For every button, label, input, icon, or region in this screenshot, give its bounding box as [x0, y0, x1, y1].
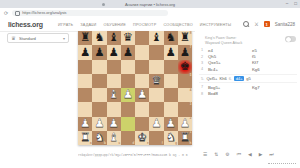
- coord-rank-5: 5: [190, 74, 192, 77]
- black-rook: ♜: [180, 32, 190, 44]
- menu-icon[interactable]: ☰: [203, 153, 207, 158]
- square-d7[interactable]: ♟: [121, 45, 135, 59]
- move-token[interactable]: Qxf5+: [206, 76, 217, 81]
- move-number: 3: [199, 61, 208, 65]
- square-h6[interactable]: ♚6: [178, 60, 192, 74]
- analysis-toolbar: ☰⇅⚙⏮◀▶⏭: [203, 151, 298, 159]
- square-b1[interactable]: ♞b: [92, 131, 106, 145]
- white-king: ♚: [137, 132, 147, 144]
- square-f4[interactable]: [149, 88, 163, 102]
- square-d4[interactable]: ♟: [121, 88, 135, 102]
- square-b8[interactable]: ♞: [92, 31, 106, 45]
- black-rook: ♜: [80, 32, 90, 44]
- browser-tab-strip: Анализ партии • lichess.org – □: [0, 0, 300, 8]
- main-nav: ИГРАТЬЗАДАЧИОБУЧЕНИЕПРОСМОТРСООБЩЕСТВОИН…: [58, 23, 231, 27]
- white-move[interactable]: e4: [208, 48, 252, 53]
- move-row: 2Qh5f5: [199, 53, 297, 59]
- square-g8[interactable]: ♞: [164, 31, 178, 45]
- engine-toggle[interactable]: [285, 36, 296, 42]
- square-h8[interactable]: ♜8: [178, 31, 192, 45]
- move-token[interactable]: g5: [246, 76, 251, 81]
- square-f3[interactable]: [149, 102, 163, 116]
- square-g4[interactable]: [164, 88, 178, 102]
- challenges-icon[interactable]: ⚔: [254, 21, 258, 27]
- nav-item-задачи[interactable]: ЗАДАЧИ: [80, 23, 96, 27]
- white-bishop: ♝: [108, 89, 118, 101]
- move-row: 1e4e5: [199, 47, 297, 53]
- square-d3[interactable]: [121, 102, 135, 116]
- square-c1[interactable]: ♝c: [107, 131, 121, 145]
- black-pawn: ♟: [108, 47, 118, 59]
- nav-item-играть[interactable]: ИГРАТЬ: [58, 23, 73, 27]
- variant-select[interactable]: ♕ Standard ▾: [7, 33, 69, 43]
- square-f7[interactable]: [149, 45, 163, 59]
- black-pawn: ♟: [80, 47, 90, 59]
- coord-rank-6: 6: [190, 60, 192, 63]
- search-icon[interactable]: [243, 21, 249, 27]
- black-pawn: ♟: [94, 47, 104, 59]
- square-c3[interactable]: [107, 102, 121, 116]
- crown-icon: ♕: [11, 35, 16, 41]
- nav-item-инструменты[interactable]: ИНСТРУМЕНТЫ: [200, 23, 232, 27]
- username[interactable]: Sanita228: [275, 22, 295, 27]
- white-pawn: ♟: [94, 118, 104, 130]
- square-g5[interactable]: [164, 74, 178, 88]
- white-move[interactable]: Bxd8: [208, 91, 252, 96]
- black-move[interactable]: Kf7: [252, 60, 296, 65]
- black-pawn: ♟: [165, 47, 175, 59]
- square-e3[interactable]: [135, 102, 149, 116]
- square-b2[interactable]: ♟: [92, 117, 106, 131]
- move-token[interactable]: Kh6: [219, 76, 226, 81]
- black-move[interactable]: f5: [252, 54, 296, 59]
- white-pawn: ♟: [137, 89, 147, 101]
- prev-move-icon[interactable]: ◀: [248, 153, 252, 158]
- square-g7[interactable]: ♟: [164, 45, 178, 59]
- fen-input[interactable]: rnbq1bnr/pppp2pp/7k/5Q2/2BPP3/8/PPP2PPP/…: [78, 153, 210, 157]
- site-logo[interactable]: lichess.org: [8, 21, 43, 28]
- black-queen: ♛: [123, 32, 133, 44]
- square-g3[interactable]: [164, 102, 178, 116]
- move-number: 4: [199, 67, 208, 71]
- lock-icon: [15, 11, 20, 16]
- square-h1[interactable]: ♜h1: [178, 131, 192, 145]
- notification-badge[interactable]: 1: [264, 21, 270, 27]
- opening-name: King's Pawn Game: Wayward Queen Attack: [205, 36, 280, 46]
- square-a6[interactable]: [78, 60, 92, 74]
- coord-rank-3: 3: [190, 103, 192, 106]
- white-rook: ♜: [80, 132, 90, 144]
- inline-move-row: 5.Qxf5+Kh66.d4+g5: [199, 74, 297, 83]
- black-pawn: ♟: [180, 47, 190, 59]
- square-h3[interactable]: 3: [178, 102, 192, 116]
- window-close-icon[interactable]: □: [294, 0, 297, 8]
- square-a5[interactable]: [78, 74, 92, 88]
- square-h5[interactable]: 5: [178, 74, 192, 88]
- white-pawn: ♟: [123, 89, 133, 101]
- black-knight: ♞: [165, 32, 175, 44]
- address-field[interactable]: https://lichess.org/analysis: [12, 10, 168, 16]
- coord-rank-4: 4: [190, 89, 192, 92]
- square-g1[interactable]: ♞g: [164, 131, 178, 145]
- square-b3[interactable]: [92, 102, 106, 116]
- square-f1[interactable]: f: [149, 131, 163, 145]
- square-d8[interactable]: ♛: [121, 31, 135, 45]
- square-c2[interactable]: ♟: [107, 117, 121, 131]
- black-king: ♚: [180, 61, 190, 73]
- nav-item-просмотр[interactable]: ПРОСМОТР: [133, 23, 156, 27]
- variant-label: Standard: [19, 36, 63, 41]
- settings-gear-icon[interactable]: ⚙: [225, 153, 229, 158]
- nav-item-сообщество[interactable]: СООБЩЕСТВО: [163, 23, 192, 27]
- square-h4[interactable]: 4: [178, 88, 192, 102]
- move-token: 6.: [229, 76, 232, 81]
- square-c7[interactable]: ♟: [107, 45, 121, 59]
- square-b7[interactable]: ♟: [92, 45, 106, 59]
- square-d5[interactable]: [121, 74, 135, 88]
- next-move-icon[interactable]: ▶: [259, 153, 263, 158]
- last-move-icon[interactable]: ⏭: [269, 153, 273, 158]
- move-row: 7Bxg5+Kg7: [199, 84, 297, 90]
- black-move[interactable]: e5: [252, 48, 296, 53]
- chess-board[interactable]: ♜♞♝♛♝♞♜8♟♟♟♟♟♟7♚6♛5♝♟♟43♟♟♟♟♟♟2♜a♞b♝cd♚e…: [78, 31, 192, 145]
- white-move[interactable]: Bxg5+: [208, 85, 252, 90]
- square-a3[interactable]: [78, 102, 92, 116]
- tab-title[interactable]: Анализ партии • lichess.org: [0, 2, 300, 7]
- black-move[interactable]: Kg7: [252, 85, 296, 90]
- square-e6[interactable]: [135, 60, 149, 74]
- move-number: 8: [199, 92, 208, 96]
- coord-rank-2: 2: [190, 117, 192, 120]
- square-b4[interactable]: [92, 88, 106, 102]
- square-f5[interactable]: ♛: [149, 74, 163, 88]
- move-number: 7: [199, 85, 208, 89]
- url-text: https://lichess.org/analysis: [22, 11, 66, 15]
- black-move[interactable]: Kg6: [252, 67, 296, 72]
- square-a2[interactable]: ♟: [78, 117, 92, 131]
- square-g6[interactable]: [164, 60, 178, 74]
- black-bishop: ♝: [108, 32, 118, 44]
- white-bishop: ♝: [108, 132, 118, 144]
- move-number: 1: [199, 48, 208, 52]
- square-f6[interactable]: [149, 60, 163, 74]
- coord-rank-7: 7: [190, 46, 192, 49]
- collapsed-menu-link[interactable]: [268, 160, 296, 164]
- square-e2[interactable]: [135, 117, 149, 131]
- white-queen: ♛: [151, 75, 161, 87]
- square-e7[interactable]: [135, 45, 149, 59]
- square-d6[interactable]: [121, 60, 135, 74]
- first-move-icon[interactable]: ⏮: [237, 153, 241, 158]
- current-move[interactable]: d4+: [234, 76, 244, 81]
- white-move[interactable]: Bc4+: [208, 67, 252, 72]
- chevron-down-icon: ▾: [63, 36, 65, 41]
- move-row: 4Bc4+Kg6: [199, 66, 297, 72]
- white-pawn: ♟: [165, 118, 175, 130]
- nav-item-обучение[interactable]: ОБУЧЕНИЕ: [104, 23, 126, 27]
- move-number: 2: [199, 55, 208, 59]
- move-row: 3Qxe5+Kf7: [199, 60, 297, 66]
- square-b6[interactable]: [92, 60, 106, 74]
- site-header: lichess.org ИГРАТЬЗАДАЧИОБУЧЕНИЕПРОСМОТР…: [0, 18, 300, 32]
- coord-rank-1: 1: [190, 131, 192, 134]
- coord-file-h: h: [189, 142, 191, 145]
- move-row: 8Bxd8: [199, 90, 297, 96]
- square-a8[interactable]: ♜: [78, 31, 92, 45]
- analysis-panel: King's Pawn Game: Wayward Queen Attack 1…: [195, 31, 300, 150]
- white-move[interactable]: Qxe5+: [208, 60, 252, 65]
- square-e5[interactable]: [135, 74, 149, 88]
- square-d1[interactable]: d: [121, 131, 135, 145]
- black-pawn: ♟: [123, 47, 133, 59]
- square-e8[interactable]: [135, 31, 149, 45]
- square-h7[interactable]: ♟7: [178, 45, 192, 59]
- square-g2[interactable]: ♟: [164, 117, 178, 131]
- square-d2[interactable]: [121, 117, 135, 131]
- square-a7[interactable]: ♟: [78, 45, 92, 59]
- square-c6[interactable]: [107, 60, 121, 74]
- move-token: 5.: [201, 76, 204, 81]
- square-f2[interactable]: ♟: [149, 117, 163, 131]
- square-a1[interactable]: ♜a: [78, 131, 92, 145]
- square-e4[interactable]: ♟: [135, 88, 149, 102]
- black-bishop: ♝: [151, 32, 161, 44]
- flip-board-icon[interactable]: ⇅: [214, 153, 218, 158]
- move-list: 1e4e52Qh5f53Qxe5+Kf74Bc4+Kg65.Qxf5+Kh66.…: [199, 47, 297, 97]
- window-minimize-icon[interactable]: –: [286, 0, 289, 8]
- white-pawn: ♟: [151, 118, 161, 130]
- square-b5[interactable]: [92, 74, 106, 88]
- coord-rank-8: 8: [190, 32, 192, 35]
- refresh-icon[interactable]: ⟳: [4, 10, 8, 16]
- white-pawn: ♟: [80, 118, 90, 130]
- white-pawn: ♟: [180, 118, 190, 130]
- square-a4[interactable]: [78, 88, 92, 102]
- white-move[interactable]: Qh5: [208, 54, 252, 59]
- white-pawn: ♟: [108, 118, 118, 130]
- black-knight: ♞: [94, 32, 104, 44]
- square-c8[interactable]: ♝: [107, 31, 121, 45]
- square-c4[interactable]: ♝: [107, 88, 121, 102]
- square-c5[interactable]: [107, 74, 121, 88]
- square-e1[interactable]: ♚e: [135, 131, 149, 145]
- square-h2[interactable]: ♟2: [178, 117, 192, 131]
- square-f8[interactable]: ♝: [149, 31, 163, 45]
